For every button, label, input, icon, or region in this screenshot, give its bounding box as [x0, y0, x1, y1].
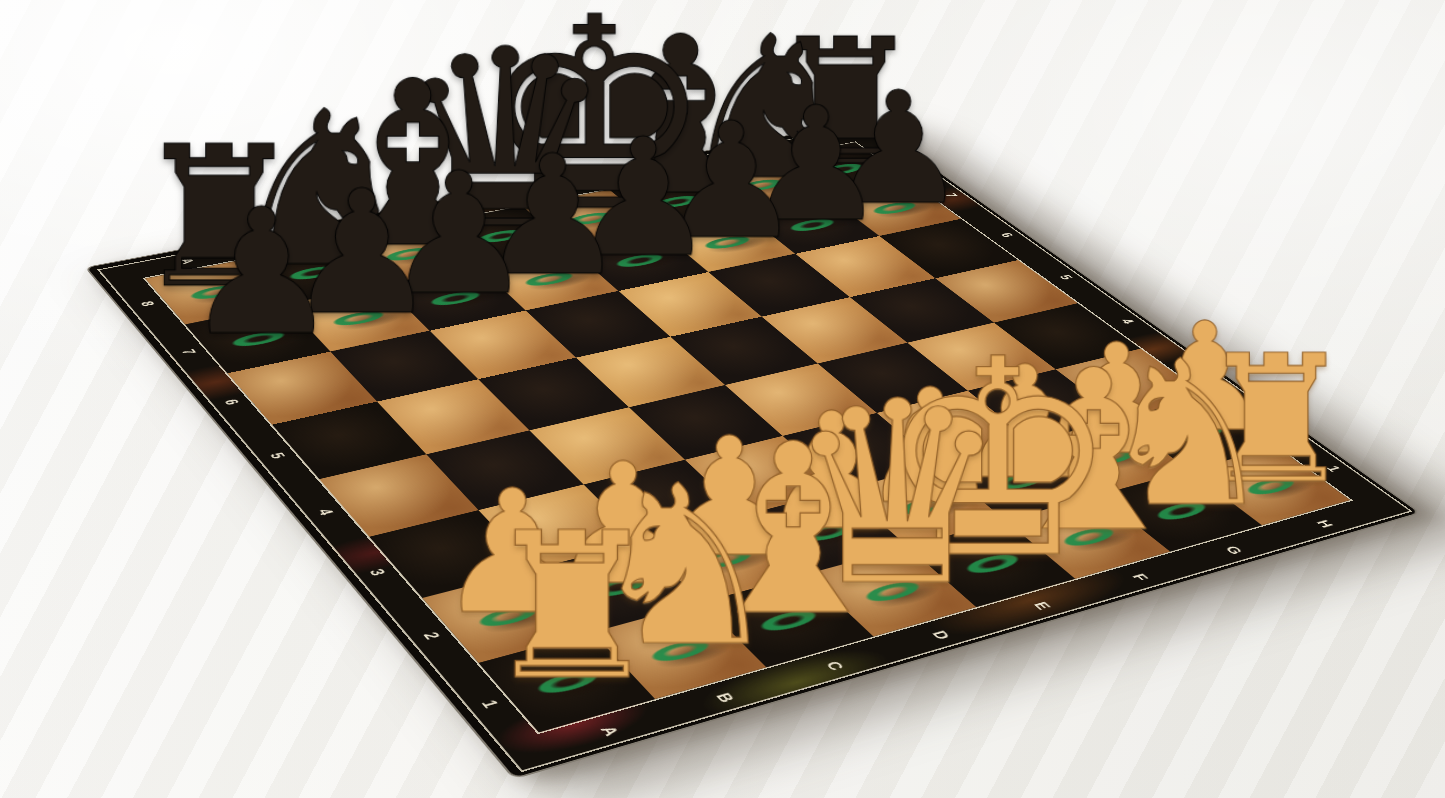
camera-roll-wrapper: ♜♞♝♛♚♝♞♜♟♟♟♟♟♟♟♟♟♟♟♟♟♟♟♟♜♞♝♛♚♝♞♜ ABCDEFG…: [0, 0, 1445, 798]
white-rook-a1: ♜: [481, 526, 662, 687]
chessboard-grid: ♜♞♝♛♚♝♞♜♟♟♟♟♟♟♟♟♟♟♟♟♟♟♟♟♜♞♝♛♚♝♞♜: [143, 141, 1354, 734]
photo-backdrop: ♜♞♝♛♚♝♞♜♟♟♟♟♟♟♟♟♟♟♟♟♟♟♟♟♜♞♝♛♚♝♞♜ ABCDEFG…: [0, 0, 1445, 798]
chessboard-mat: ♜♞♝♛♚♝♞♜♟♟♟♟♟♟♟♟♟♟♟♟♟♟♟♟♜♞♝♛♚♝♞♜ ABCDEFG…: [85, 120, 1422, 779]
mat-outer-rim: ♜♞♝♛♚♝♞♜♟♟♟♟♟♟♟♟♟♟♟♟♟♟♟♟♜♞♝♛♚♝♞♜ ABCDEFG…: [85, 120, 1422, 779]
perspective-scene: ♜♞♝♛♚♝♞♜♟♟♟♟♟♟♟♟♟♟♟♟♟♟♟♟♜♞♝♛♚♝♞♜ ABCDEFG…: [0, 0, 1445, 798]
coordinate-border-band: ♜♞♝♛♚♝♞♜♟♟♟♟♟♟♟♟♟♟♟♟♟♟♟♟♜♞♝♛♚♝♞♜ ABCDEFG…: [97, 124, 1412, 772]
